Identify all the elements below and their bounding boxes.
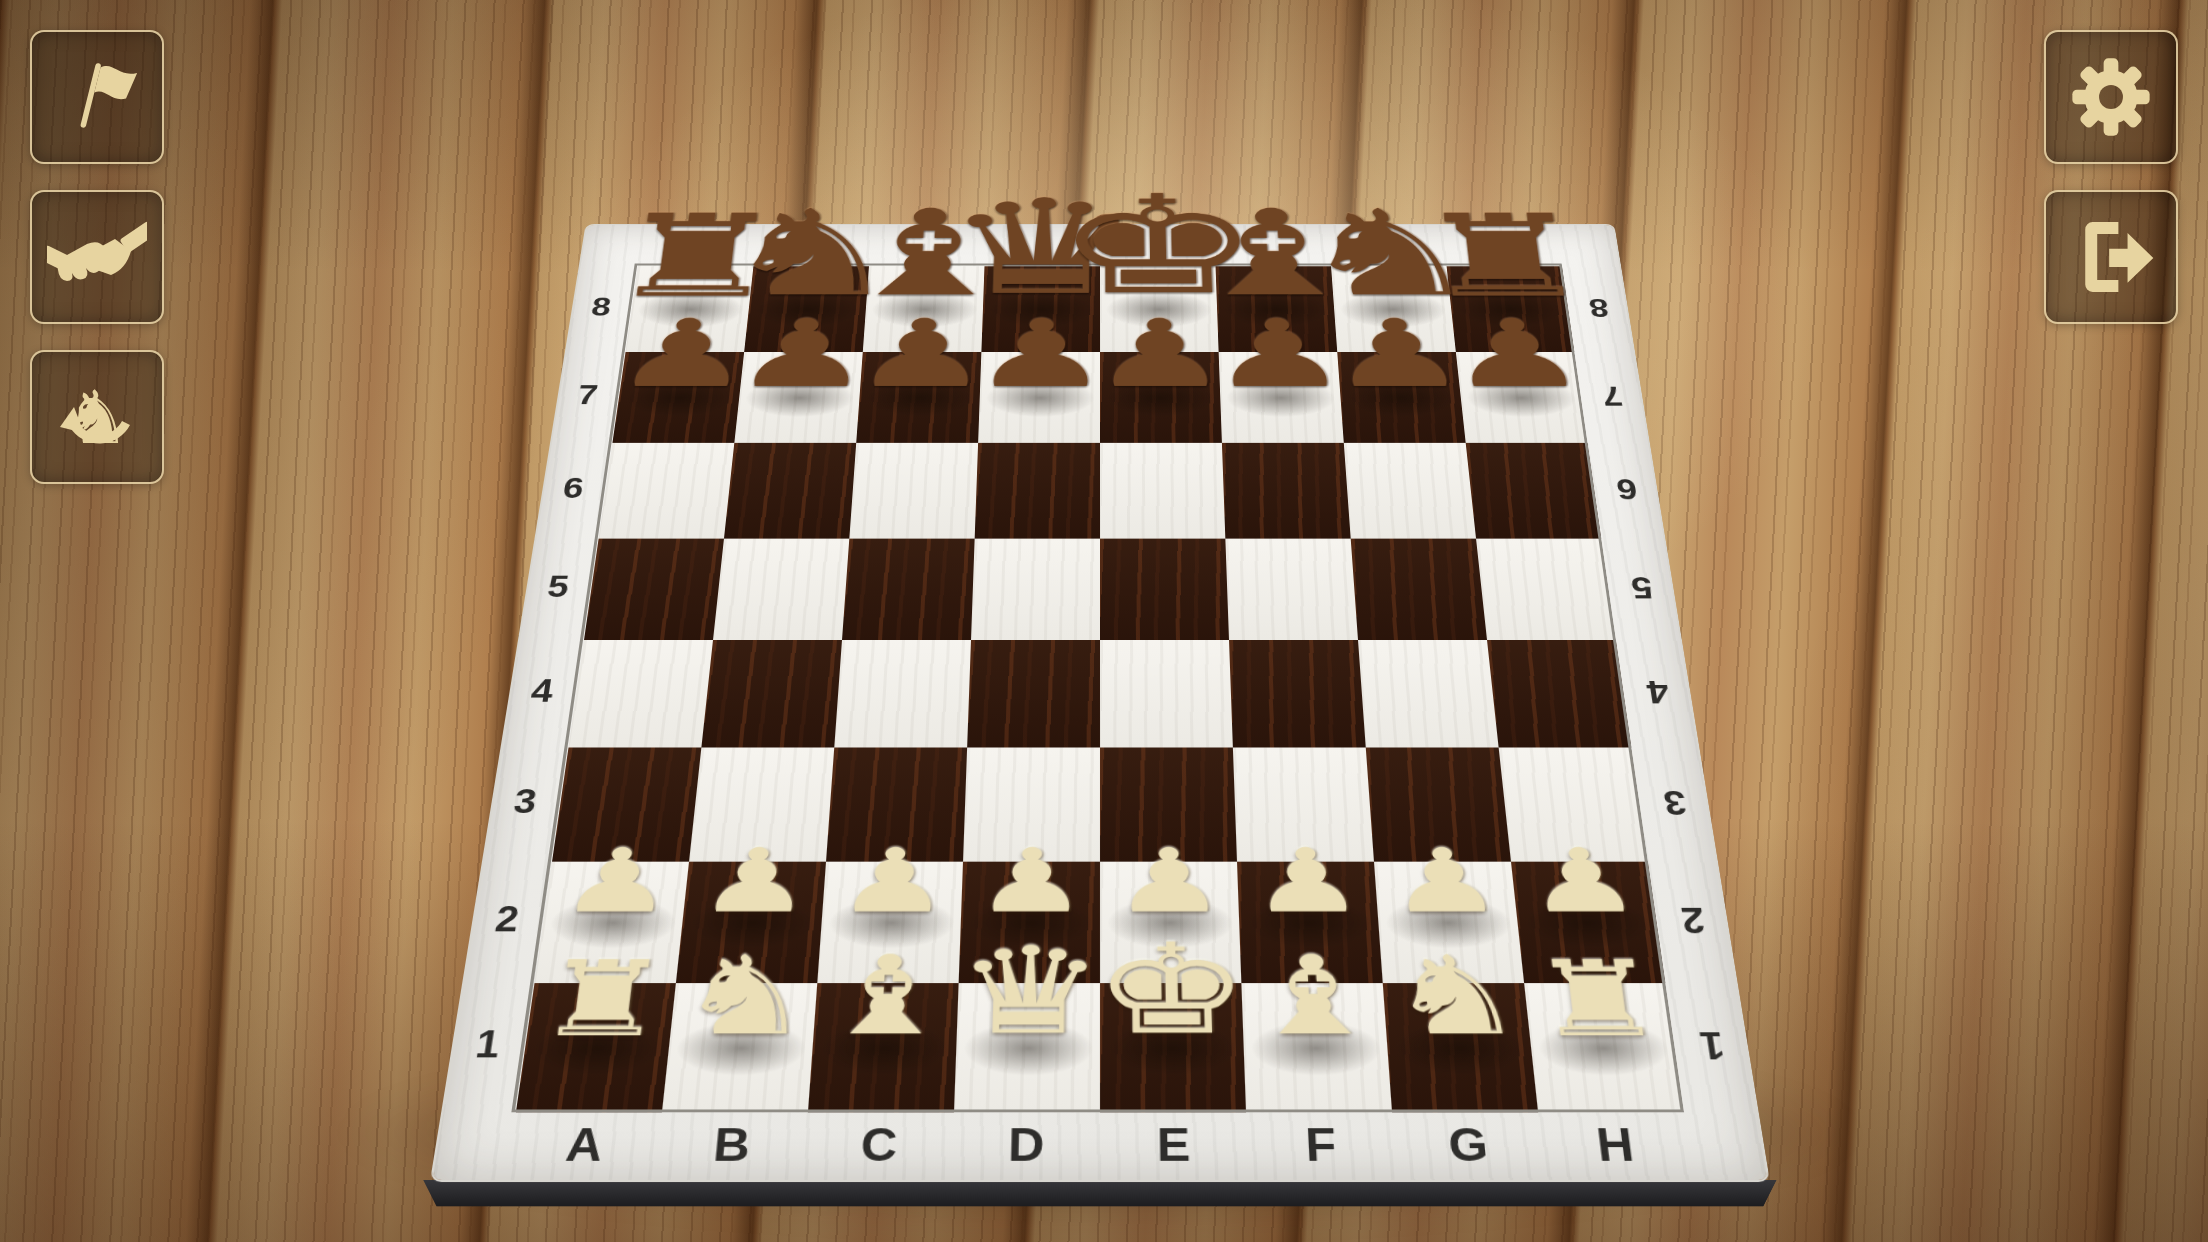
resign-button[interactable] (30, 30, 164, 164)
square-g6[interactable] (1344, 443, 1476, 539)
square-f6[interactable] (1222, 443, 1351, 539)
square-g5[interactable] (1351, 539, 1487, 640)
rank-label-left: 5 (534, 570, 583, 604)
square-b6[interactable] (724, 443, 856, 539)
square-e5[interactable] (1100, 539, 1229, 640)
square-h5[interactable] (1476, 539, 1616, 640)
rank-label-left: 6 (550, 472, 597, 504)
flag-icon (51, 51, 143, 143)
square-f5[interactable] (1225, 539, 1358, 640)
square-e6[interactable] (1100, 443, 1225, 539)
board-front-side (423, 1180, 1776, 1207)
exit-icon (2065, 211, 2157, 303)
settings-button[interactable] (2044, 30, 2178, 164)
piece-black-pawn-h7[interactable]: ♟ (1393, 224, 1633, 397)
handshake-icon (47, 217, 147, 297)
game-scene: 8877665544332211ABCDEFGH ♜♞♝♛♚♝♞♜♟♟♟♟♟♟♟… (0, 0, 2208, 1242)
square-d5[interactable] (971, 539, 1100, 640)
chess-board[interactable]: 8877665544332211ABCDEFGH ♜♞♝♛♚♝♞♜♟♟♟♟♟♟♟… (432, 225, 1767, 1180)
square-c6[interactable] (849, 443, 978, 539)
piece-glyph: ♟ (1441, 311, 1591, 397)
exit-button[interactable] (2044, 190, 2178, 324)
gear-icon (2065, 51, 2157, 143)
rank-label-right: 5 (1618, 570, 1667, 604)
square-b5[interactable] (713, 539, 849, 640)
square-h6[interactable] (1466, 443, 1602, 539)
draw-offer-button[interactable] (30, 190, 164, 324)
square-a6[interactable] (599, 443, 735, 539)
knight-takeback-icon: ♞ (52, 369, 142, 465)
square-d6[interactable] (975, 443, 1100, 539)
rank-label-right: 6 (1603, 472, 1650, 504)
takeback-button[interactable]: ♞ (30, 350, 164, 484)
square-a5[interactable] (584, 539, 724, 640)
square-c5[interactable] (842, 539, 975, 640)
